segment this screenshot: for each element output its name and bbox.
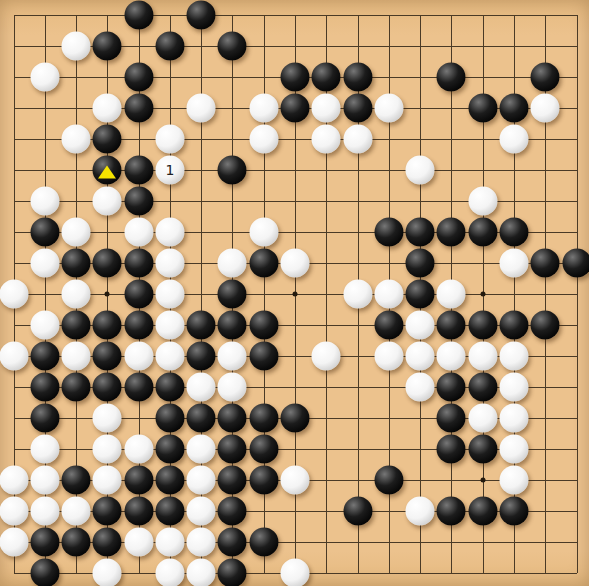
black-stone-7-9[interactable] [218,280,247,309]
white-stone-1-2[interactable] [30,63,59,92]
white-stone-5-11[interactable] [155,342,184,371]
black-stone-2-10[interactable] [62,311,91,340]
black-stone-1-7[interactable] [30,218,59,247]
black-stone-4-10[interactable] [124,311,153,340]
black-stone-2-15[interactable] [62,466,91,495]
white-stone-3-18[interactable] [93,559,122,586]
black-stone-16-3[interactable] [499,94,528,123]
white-stone-8-7[interactable] [249,218,278,247]
white-stone-13-5[interactable] [406,156,435,185]
white-stone-1-15[interactable] [30,466,59,495]
white-stone-16-4[interactable] [499,125,528,154]
white-stone-11-9[interactable] [343,280,372,309]
black-stone-14-2[interactable] [437,63,466,92]
white-stone-1-6[interactable] [30,187,59,216]
black-stone-8-10[interactable] [249,311,278,340]
star-point [293,292,298,297]
white-stone-4-14[interactable] [124,435,153,464]
white-stone-9-8[interactable] [281,249,310,278]
white-stone-5-7[interactable] [155,218,184,247]
white-stone-5-17[interactable] [155,528,184,557]
black-stone-7-14[interactable] [218,435,247,464]
white-stone-16-12[interactable] [499,373,528,402]
white-stone-15-11[interactable] [468,342,497,371]
black-stone-10-2[interactable] [312,63,341,92]
white-stone-8-3[interactable] [249,94,278,123]
white-stone-5-10[interactable] [155,311,184,340]
black-stone-14-7[interactable] [437,218,466,247]
black-stone-8-17[interactable] [249,528,278,557]
white-stone-12-3[interactable] [374,94,403,123]
black-stone-14-16[interactable] [437,497,466,526]
star-point [105,292,110,297]
black-stone-4-0[interactable] [124,1,153,30]
black-stone-12-7[interactable] [374,218,403,247]
black-stone-11-16[interactable] [343,497,372,526]
black-stone-7-13[interactable] [218,404,247,433]
black-stone-7-15[interactable] [218,466,247,495]
white-stone-9-18[interactable] [281,559,310,586]
black-stone-6-11[interactable] [187,342,216,371]
black-stone-17-2[interactable] [531,63,560,92]
white-stone-4-17[interactable] [124,528,153,557]
white-stone-3-15[interactable] [93,466,122,495]
black-stone-7-16[interactable] [218,497,247,526]
black-stone-11-2[interactable] [343,63,372,92]
black-stone-14-14[interactable] [437,435,466,464]
white-stone-11-4[interactable] [343,125,372,154]
black-stone-15-12[interactable] [468,373,497,402]
black-stone-6-0[interactable] [187,1,216,30]
white-stone-0-16[interactable] [0,497,28,526]
triangle-marker [98,165,116,178]
black-stone-11-3[interactable] [343,94,372,123]
white-stone-2-1[interactable] [62,32,91,61]
white-stone-17-3[interactable] [531,94,560,123]
white-stone-10-3[interactable] [312,94,341,123]
white-stone-5-18[interactable] [155,559,184,586]
black-stone-16-16[interactable] [499,497,528,526]
white-stone-9-15[interactable] [281,466,310,495]
black-stone-4-9[interactable] [124,280,153,309]
black-stone-5-16[interactable] [155,497,184,526]
black-stone-13-8[interactable] [406,249,435,278]
go-board[interactable]: 1 [0,0,589,586]
black-stone-9-3[interactable] [281,94,310,123]
white-stone-1-8[interactable] [30,249,59,278]
black-stone-15-10[interactable] [468,311,497,340]
white-stone-13-10[interactable] [406,311,435,340]
white-stone-3-6[interactable] [93,187,122,216]
white-stone-0-11[interactable] [0,342,28,371]
white-stone-6-18[interactable] [187,559,216,586]
white-stone-16-8[interactable] [499,249,528,278]
black-stone-17-8[interactable] [531,249,560,278]
white-stone-6-16[interactable] [187,497,216,526]
black-stone-3-4[interactable] [93,125,122,154]
white-stone-8-4[interactable] [249,125,278,154]
black-stone-13-9[interactable] [406,280,435,309]
black-stone-4-3[interactable] [124,94,153,123]
white-stone-0-9[interactable] [0,280,28,309]
white-stone-4-7[interactable] [124,218,153,247]
star-point [480,292,485,297]
white-stone-10-11[interactable] [312,342,341,371]
black-stone-9-2[interactable] [281,63,310,92]
go-game-screenshot: 1 [0,0,589,586]
black-stone-4-8[interactable] [124,249,153,278]
black-stone-7-1[interactable] [218,32,247,61]
black-stone-7-17[interactable] [218,528,247,557]
white-stone-13-11[interactable] [406,342,435,371]
white-stone-16-11[interactable] [499,342,528,371]
black-stone-1-11[interactable] [30,342,59,371]
black-stone-1-18[interactable] [30,559,59,586]
white-stone-12-9[interactable] [374,280,403,309]
black-stone-2-12[interactable] [62,373,91,402]
white-stone-14-11[interactable] [437,342,466,371]
white-stone-1-16[interactable] [30,497,59,526]
white-stone-6-17[interactable] [187,528,216,557]
white-stone-7-12[interactable] [218,373,247,402]
black-stone-16-7[interactable] [499,218,528,247]
white-stone-3-14[interactable] [93,435,122,464]
white-stone-2-4[interactable] [62,125,91,154]
black-stone-3-8[interactable] [93,249,122,278]
white-stone-6-3[interactable] [187,94,216,123]
white-stone-16-15[interactable] [499,466,528,495]
black-stone-8-14[interactable] [249,435,278,464]
white-stone-1-10[interactable] [30,311,59,340]
black-stone-12-10[interactable] [374,311,403,340]
white-stone-15-6[interactable] [468,187,497,216]
black-stone-5-13[interactable] [155,404,184,433]
black-stone-3-10[interactable] [93,311,122,340]
white-stone-0-15[interactable] [0,466,28,495]
white-stone-2-7[interactable] [62,218,91,247]
white-stone-3-3[interactable] [93,94,122,123]
black-stone-5-12[interactable] [155,373,184,402]
black-stone-4-2[interactable] [124,63,153,92]
white-stone-1-14[interactable] [30,435,59,464]
white-stone-5-4[interactable] [155,125,184,154]
black-stone-8-15[interactable] [249,466,278,495]
black-stone-18-8[interactable] [562,249,589,278]
black-stone-8-13[interactable] [249,404,278,433]
white-stone-15-13[interactable] [468,404,497,433]
white-stone-6-15[interactable] [187,466,216,495]
white-stone-6-12[interactable] [187,373,216,402]
black-stone-3-16[interactable] [93,497,122,526]
black-stone-12-15[interactable] [374,466,403,495]
black-stone-3-17[interactable] [93,528,122,557]
white-stone-0-17[interactable] [0,528,28,557]
black-stone-7-10[interactable] [218,311,247,340]
black-stone-4-6[interactable] [124,187,153,216]
white-stone-2-16[interactable] [62,497,91,526]
white-stone-14-9[interactable] [437,280,466,309]
black-stone-8-11[interactable] [249,342,278,371]
black-stone-9-13[interactable] [281,404,310,433]
white-stone-3-13[interactable] [93,404,122,433]
black-stone-6-10[interactable] [187,311,216,340]
black-stone-16-10[interactable] [499,311,528,340]
black-stone-8-8[interactable] [249,249,278,278]
black-stone-14-10[interactable] [437,311,466,340]
white-stone-13-12[interactable] [406,373,435,402]
white-stone-7-11[interactable] [218,342,247,371]
white-stone-2-11[interactable] [62,342,91,371]
black-stone-1-17[interactable] [30,528,59,557]
black-stone-4-16[interactable] [124,497,153,526]
white-stone-4-11[interactable] [124,342,153,371]
white-stone-16-13[interactable] [499,404,528,433]
black-stone-1-12[interactable] [30,373,59,402]
black-stone-7-18[interactable] [218,559,247,586]
white-stone-13-16[interactable] [406,497,435,526]
black-stone-4-15[interactable] [124,466,153,495]
black-stone-15-16[interactable] [468,497,497,526]
star-point [480,478,485,483]
black-stone-5-1[interactable] [155,32,184,61]
white-stone-6-14[interactable] [187,435,216,464]
white-stone-16-14[interactable] [499,435,528,464]
black-stone-2-8[interactable] [62,249,91,278]
black-stone-15-3[interactable] [468,94,497,123]
white-stone-5-9[interactable] [155,280,184,309]
black-stone-17-10[interactable] [531,311,560,340]
white-stone-12-11[interactable] [374,342,403,371]
white-stone-10-4[interactable] [312,125,341,154]
black-stone-13-7[interactable] [406,218,435,247]
black-stone-3-12[interactable] [93,373,122,402]
white-stone-5-8[interactable] [155,249,184,278]
black-stone-4-5[interactable] [124,156,153,185]
grid-line-col-18 [577,15,578,573]
black-stone-15-14[interactable] [468,435,497,464]
black-stone-5-14[interactable] [155,435,184,464]
move-number-label: 1 [165,163,174,177]
black-stone-7-5[interactable] [218,156,247,185]
white-stone-2-9[interactable] [62,280,91,309]
black-stone-14-12[interactable] [437,373,466,402]
black-stone-5-15[interactable] [155,466,184,495]
black-stone-2-17[interactable] [62,528,91,557]
black-stone-15-7[interactable] [468,218,497,247]
black-stone-4-12[interactable] [124,373,153,402]
black-stone-14-13[interactable] [437,404,466,433]
black-stone-3-1[interactable] [93,32,122,61]
white-stone-7-8[interactable] [218,249,247,278]
black-stone-3-11[interactable] [93,342,122,371]
black-stone-6-13[interactable] [187,404,216,433]
black-stone-1-13[interactable] [30,404,59,433]
